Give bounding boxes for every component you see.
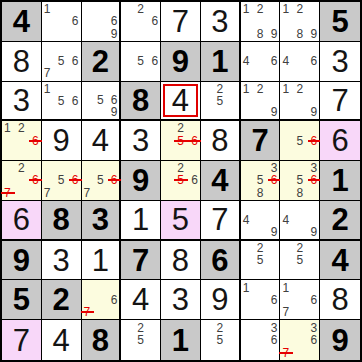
pencil-marks: 567 (43, 43, 80, 80)
candidate-6: 6 (71, 95, 80, 107)
candidate-7: 7 (43, 187, 52, 199)
given-digit: 8 (53, 204, 70, 235)
candidate-6: 6 (110, 294, 119, 306)
pencil-marks: 567 (83, 162, 119, 199)
candidate-4: 4 (281, 55, 290, 67)
candidate-5: 5 (215, 95, 224, 107)
cell-r9c4[interactable]: 25 (121, 320, 161, 360)
candidate-6: 6 (190, 174, 199, 186)
pencil-marks: 167 (281, 281, 318, 318)
cell-r7c3[interactable]: 1 (82, 241, 122, 281)
cell-r2c4[interactable]: 56 (121, 42, 161, 82)
pencil-marks: 569 (83, 83, 119, 119)
cell-r4c2[interactable]: 9 (42, 121, 82, 161)
candidate-2: 2 (17, 162, 26, 174)
candidate-6-crossed: 6 (110, 174, 119, 186)
cell-r5c3[interactable]: 567 (82, 161, 122, 201)
solved-digit: 3 (172, 284, 189, 315)
candidate-1: 1 (43, 3, 52, 15)
cell-r5c4[interactable]: 9 (121, 161, 161, 201)
candidate-1: 1 (3, 122, 12, 134)
cell-r5c6[interactable]: 4 (201, 161, 241, 201)
solved-digit: 8 (211, 125, 228, 156)
candidate-6: 6 (150, 55, 159, 67)
solved-digit: 9 (53, 125, 70, 156)
solved-digit: 8 (13, 46, 30, 77)
candidate-9: 9 (310, 28, 319, 40)
pencil-marks: 25 (202, 321, 238, 359)
solved-digit: 7 (331, 85, 348, 116)
cell-r9c8[interactable]: 367 (280, 320, 320, 360)
candidate-1: 1 (43, 83, 52, 95)
given-digit: 5 (13, 284, 30, 315)
candidate-1: 1 (242, 3, 251, 15)
candidate-5: 5 (136, 55, 145, 67)
candidate-6-crossed: 6 (71, 174, 80, 186)
cell-r1c6[interactable]: 3 (201, 2, 241, 42)
given-digit: 4 (13, 6, 30, 37)
cell-r4c5[interactable]: 256 (161, 121, 201, 161)
candidate-5: 5 (57, 95, 66, 107)
cell-r7c4[interactable]: 7 (121, 241, 161, 281)
candidate-6-crossed: 6 (310, 174, 319, 186)
candidate-6-crossed: 6 (31, 135, 40, 147)
cell-r5c2[interactable]: 567 (42, 161, 82, 201)
pencil-marks: 129 (281, 83, 318, 119)
solved-digit: 6 (13, 204, 30, 235)
candidate-2: 2 (176, 122, 185, 134)
candidate-2: 2 (136, 322, 145, 334)
candidate-9: 9 (270, 28, 279, 40)
cell-r5c1[interactable]: 267 (2, 161, 42, 201)
candidate-6: 6 (310, 55, 319, 67)
cell-r8c6[interactable]: 9 (201, 280, 241, 320)
solved-digit: 6 (331, 125, 348, 156)
pencil-marks: 56 (281, 122, 318, 159)
candidate-6-crossed: 6 (310, 135, 319, 147)
cell-r4c7[interactable]: 7 (241, 121, 281, 161)
candidate-6-crossed: 6 (31, 174, 40, 186)
cell-r2c3[interactable]: 2 (82, 42, 122, 82)
candidate-3: 3 (270, 162, 279, 174)
candidate-5: 5 (295, 135, 304, 147)
given-digit: 7 (132, 245, 149, 276)
candidate-3: 3 (310, 162, 319, 174)
cell-r9c6[interactable]: 25 (201, 320, 241, 360)
pencil-marks: 25 (281, 242, 318, 279)
given-digit: 1 (331, 165, 348, 196)
cell-r8c9[interactable]: 8 (320, 280, 360, 320)
candidate-2: 2 (256, 83, 265, 95)
given-digit: 2 (92, 46, 109, 77)
cell-r4c3[interactable]: 4 (82, 121, 122, 161)
candidate-9: 9 (310, 226, 319, 238)
cell-r8c5[interactable]: 3 (161, 280, 201, 320)
cell-r8c8[interactable]: 167 (280, 280, 320, 320)
cell-r7c8[interactable]: 25 (280, 241, 320, 281)
pencil-marks: 25 (202, 83, 238, 119)
solved-digit: 7 (211, 204, 228, 235)
cell-r7c2[interactable]: 3 (42, 241, 82, 281)
cell-r3c5[interactable]: 4 (161, 82, 201, 122)
candidate-5: 5 (57, 174, 66, 186)
candidate-6: 6 (310, 334, 319, 346)
cell-r4c6[interactable]: 8 (201, 121, 241, 161)
cell-r9c7[interactable]: 36 (241, 320, 281, 360)
cell-r1c7[interactable]: 1289 (241, 2, 281, 42)
cell-r2c8[interactable]: 46 (280, 42, 320, 82)
candidate-9: 9 (110, 106, 119, 118)
pencil-marks: 49 (281, 202, 318, 238)
solved-digit: 3 (13, 85, 30, 116)
pencil-marks: 56 (122, 43, 159, 80)
cell-r1c5[interactable]: 7 (161, 2, 201, 42)
candidate-8: 8 (295, 187, 304, 199)
candidate-8: 8 (256, 28, 265, 40)
cell-r2c6[interactable]: 1 (201, 42, 241, 82)
candidate-5: 5 (96, 94, 105, 106)
cell-r3c9[interactable]: 7 (320, 82, 360, 122)
given-digit: 2 (331, 204, 348, 235)
candidate-7-crossed: 7 (281, 347, 290, 359)
pencil-marks: 156 (43, 83, 80, 119)
given-digit: 1 (172, 325, 189, 356)
pencil-marks: 26 (122, 3, 159, 40)
solved-digit: 4 (92, 125, 109, 156)
candidate-9: 9 (270, 226, 279, 238)
cell-r6c3[interactable]: 3 (82, 201, 122, 241)
cell-r6c6[interactable]: 7 (201, 201, 241, 241)
candidate-7: 7 (281, 306, 290, 318)
cell-r1c3[interactable]: 69 (82, 2, 122, 42)
pencil-marks: 46 (242, 43, 279, 80)
cell-r6c5[interactable]: 5 (161, 201, 201, 241)
candidate-2: 2 (256, 242, 265, 254)
candidate-6: 6 (71, 55, 80, 67)
candidate-5: 5 (295, 174, 304, 186)
pencil-marks: 3568 (281, 162, 318, 199)
cell-r9c1[interactable]: 7 (2, 320, 42, 360)
cell-r9c9[interactable]: 9 (320, 320, 360, 360)
solved-digit: 3 (331, 46, 348, 77)
cell-r8c1[interactable]: 5 (2, 280, 42, 320)
cell-r4c9[interactable]: 6 (320, 121, 360, 161)
solved-digit: 1 (92, 245, 109, 276)
given-digit: 6 (211, 245, 228, 276)
candidate-1: 1 (281, 83, 290, 95)
candidate-5: 5 (256, 254, 265, 266)
pencil-marks: 25 (122, 321, 159, 359)
candidate-3: 3 (310, 322, 319, 334)
given-digit: 7 (251, 125, 268, 156)
pencil-marks: 36 (242, 321, 279, 359)
cell-r6c2[interactable]: 8 (42, 201, 82, 241)
candidate-2: 2 (256, 3, 265, 15)
pencil-marks: 567 (43, 162, 80, 199)
solved-digit: 3 (132, 125, 149, 156)
cell-r1c2[interactable]: 16 (42, 2, 82, 42)
pencil-marks: 1289 (242, 3, 279, 40)
cell-r1c1[interactable]: 4 (2, 2, 42, 42)
cell-r3c8[interactable]: 129 (280, 82, 320, 122)
candidate-9: 9 (110, 28, 119, 40)
pencil-marks: 267 (3, 162, 40, 199)
cell-r9c2[interactable]: 4 (42, 320, 82, 360)
cell-r5c7[interactable]: 3568 (241, 161, 281, 201)
candidate-9: 9 (270, 106, 279, 118)
cell-r2c2[interactable]: 567 (42, 42, 82, 82)
given-digit: 1 (211, 46, 228, 77)
pencil-marks: 129 (242, 83, 279, 119)
cell-r3c2[interactable]: 156 (42, 82, 82, 122)
cell-r7c6[interactable]: 6 (201, 241, 241, 281)
pencil-marks: 49 (242, 202, 279, 238)
cell-r3c7[interactable]: 129 (241, 82, 281, 122)
candidate-1: 1 (242, 83, 251, 95)
pencil-marks: 126 (3, 122, 40, 159)
pencil-marks: 69 (83, 3, 119, 40)
solved-digit: 8 (331, 284, 348, 315)
candidate-5: 5 (256, 174, 265, 186)
pencil-marks: 3568 (242, 162, 279, 199)
cell-r1c9[interactable]: 5 (320, 2, 360, 42)
candidate-2: 2 (295, 3, 304, 15)
cell-r6c8[interactable]: 49 (280, 201, 320, 241)
pencil-marks: 16 (242, 281, 279, 318)
candidate-2: 2 (176, 162, 185, 174)
candidate-3: 3 (270, 322, 279, 334)
solved-digit: 8 (172, 245, 189, 276)
cell-r6c7[interactable]: 49 (241, 201, 281, 241)
pencil-marks: 1289 (281, 3, 318, 40)
cell-r4c4[interactable]: 3 (121, 121, 161, 161)
given-digit: 9 (331, 325, 348, 356)
candidate-6: 6 (310, 294, 319, 306)
cell-r7c9[interactable]: 4 (320, 241, 360, 281)
candidate-2: 2 (17, 122, 26, 134)
candidate-6-crossed: 6 (190, 135, 199, 147)
cell-r2c5[interactable]: 9 (161, 42, 201, 82)
given-digit: 3 (92, 204, 109, 235)
sudoku-board: 4166926731289128958567256914646331565698… (0, 0, 362, 362)
candidate-7-crossed: 7 (83, 306, 92, 318)
cell-r7c7[interactable]: 25 (241, 241, 281, 281)
candidate-6: 6 (270, 334, 279, 346)
candidate-2: 2 (215, 83, 224, 95)
given-digit: 8 (132, 85, 149, 116)
pencil-marks: 16 (43, 3, 80, 40)
cell-r4c8[interactable]: 56 (280, 121, 320, 161)
candidate-5: 5 (57, 55, 66, 67)
candidate-5-crossed: 5 (176, 135, 185, 147)
cell-r8c7[interactable]: 16 (241, 280, 281, 320)
cell-r8c4[interactable]: 4 (121, 280, 161, 320)
cell-r7c5[interactable]: 8 (161, 241, 201, 281)
candidate-1: 1 (242, 282, 251, 294)
cell-r2c1[interactable]: 8 (2, 42, 42, 82)
solved-digit: 9 (211, 284, 228, 315)
candidate-9: 9 (310, 106, 319, 118)
candidate-4: 4 (242, 55, 251, 67)
candidate-2: 2 (215, 322, 224, 334)
cell-r1c4[interactable]: 26 (121, 2, 161, 42)
cell-r6c1[interactable]: 6 (2, 201, 42, 241)
cell-r2c7[interactable]: 46 (241, 42, 281, 82)
candidate-4: 4 (242, 214, 251, 226)
cell-r5c8[interactable]: 3568 (280, 161, 320, 201)
pencil-marks: 256 (162, 122, 199, 159)
cell-r1c8[interactable]: 1289 (280, 2, 320, 42)
cell-r3c1[interactable]: 3 (2, 82, 42, 122)
cell-r9c3[interactable]: 8 (82, 320, 122, 360)
candidate-7-crossed: 7 (3, 187, 12, 199)
pencil-marks: 256 (162, 162, 199, 199)
cell-r8c2[interactable]: 2 (42, 280, 82, 320)
candidate-6: 6 (71, 15, 80, 27)
pencil-marks: 46 (281, 43, 318, 80)
given-digit: 4 (211, 165, 228, 196)
cell-r4c1[interactable]: 126 (2, 121, 42, 161)
candidate-6: 6 (270, 55, 279, 67)
candidate-5: 5 (295, 254, 304, 266)
cell-r6c4[interactable]: 1 (121, 201, 161, 241)
candidate-2: 2 (295, 83, 304, 95)
candidate-5: 5 (136, 334, 145, 346)
candidate-1: 1 (281, 3, 290, 15)
candidate-6: 6 (270, 294, 279, 306)
cell-r9c5[interactable]: 1 (161, 320, 201, 360)
solved-digit: 5 (172, 204, 189, 235)
cell-r5c9[interactable]: 1 (320, 161, 360, 201)
cell-r8c3[interactable]: 67 (82, 280, 122, 320)
candidate-6: 6 (150, 15, 159, 27)
candidate-8: 8 (295, 28, 304, 40)
cell-r5c5[interactable]: 256 (161, 161, 201, 201)
solved-digit: 4 (172, 85, 189, 116)
candidate-6-crossed: 6 (270, 174, 279, 186)
given-digit: 4 (331, 245, 348, 276)
given-digit: 9 (132, 165, 149, 196)
given-digit: 5 (331, 6, 348, 37)
solved-digit: 1 (132, 204, 149, 235)
cell-r3c6[interactable]: 25 (201, 82, 241, 122)
candidate-4: 4 (281, 214, 290, 226)
candidate-5-crossed: 5 (176, 174, 185, 186)
solved-digit: 3 (211, 6, 228, 37)
cell-r7c1[interactable]: 9 (2, 241, 42, 281)
cell-r3c3[interactable]: 569 (82, 82, 122, 122)
candidate-7: 7 (83, 187, 92, 199)
candidate-5: 5 (96, 174, 105, 186)
solved-digit: 3 (53, 245, 70, 276)
given-digit: 9 (13, 245, 30, 276)
candidate-2: 2 (136, 3, 145, 15)
candidate-8: 8 (256, 187, 265, 199)
pencil-marks: 67 (83, 281, 119, 318)
candidate-1: 1 (281, 282, 290, 294)
given-digit: 8 (92, 325, 109, 356)
solved-digit: 4 (132, 284, 149, 315)
candidate-6: 6 (110, 15, 119, 27)
solved-digit: 4 (53, 325, 70, 356)
candidate-7: 7 (43, 67, 52, 79)
given-digit: 9 (172, 46, 189, 77)
given-digit: 2 (53, 284, 70, 315)
solved-digit: 7 (13, 325, 30, 356)
solved-digit: 7 (172, 6, 189, 37)
candidate-2: 2 (295, 242, 304, 254)
candidate-5: 5 (215, 334, 224, 346)
cell-r6c9[interactable]: 2 (320, 201, 360, 241)
cell-r3c4[interactable]: 8 (121, 82, 161, 122)
pencil-marks: 367 (281, 321, 318, 359)
pencil-marks: 25 (242, 242, 279, 279)
cell-r2c9[interactable]: 3 (320, 42, 360, 82)
